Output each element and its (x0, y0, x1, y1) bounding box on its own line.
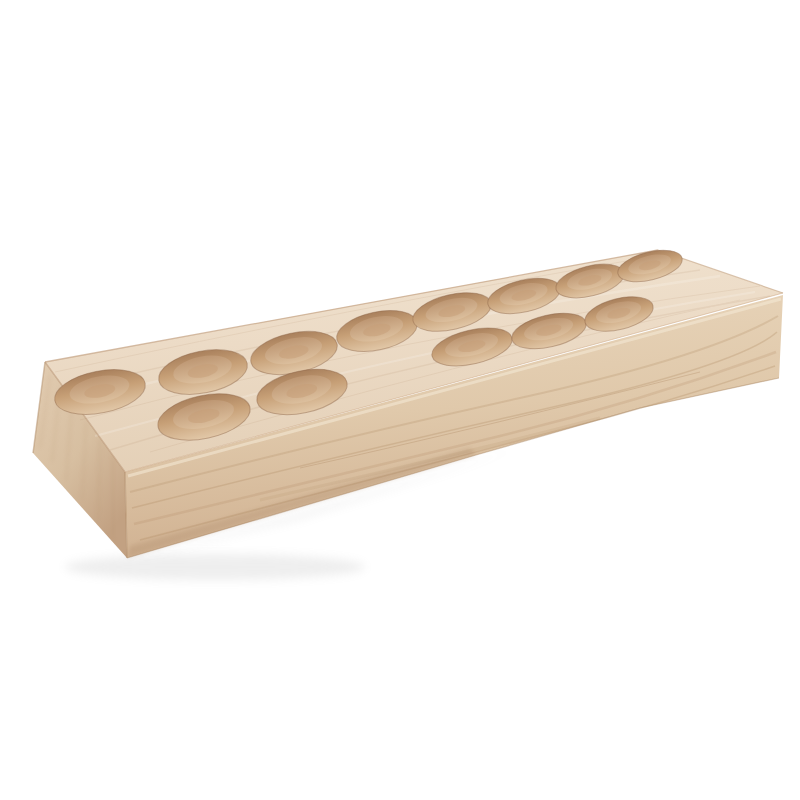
wooden-board (0, 0, 800, 800)
board-photo (0, 0, 800, 800)
